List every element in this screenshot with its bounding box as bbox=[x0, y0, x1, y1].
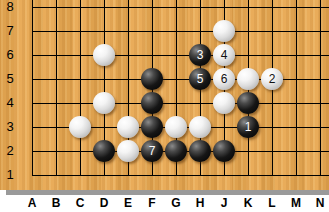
move-number: 7 bbox=[149, 145, 156, 157]
stone-white-J5[interactable]: 6 bbox=[213, 68, 235, 90]
col-label-F: F bbox=[142, 195, 162, 211]
stone-white-G3[interactable] bbox=[165, 116, 187, 138]
col-label-K: K bbox=[238, 195, 258, 211]
col-label-H: H bbox=[190, 195, 210, 211]
stone-black-F4[interactable] bbox=[141, 92, 163, 114]
grid-line-col-M bbox=[296, 0, 297, 176]
move-number: 6 bbox=[221, 73, 228, 85]
grid-line-row-1 bbox=[32, 175, 329, 176]
grid-line-col-A bbox=[32, 0, 33, 176]
col-label-G: G bbox=[166, 195, 186, 211]
move-number: 2 bbox=[269, 73, 276, 85]
stone-black-D2[interactable] bbox=[93, 140, 115, 162]
stone-black-J2[interactable] bbox=[213, 140, 235, 162]
grid-line-row-7 bbox=[32, 31, 329, 32]
col-label-C: C bbox=[70, 195, 90, 211]
board-surface[interactable] bbox=[0, 0, 329, 190]
grid-line-col-B bbox=[56, 0, 57, 176]
stone-white-J6[interactable]: 4 bbox=[213, 44, 235, 66]
row-label-3: 3 bbox=[0, 119, 20, 135]
stone-black-K4[interactable] bbox=[237, 92, 259, 114]
stone-black-K3[interactable]: 1 bbox=[237, 116, 259, 138]
row-label-1: 1 bbox=[0, 167, 20, 183]
col-label-D: D bbox=[94, 195, 114, 211]
board-edge-shadow bbox=[6, 190, 329, 195]
row-label-5: 5 bbox=[0, 71, 20, 87]
stone-black-H2[interactable] bbox=[189, 140, 211, 162]
row-label-2: 2 bbox=[0, 143, 20, 159]
move-number: 5 bbox=[197, 73, 204, 85]
col-label-J: J bbox=[214, 195, 234, 211]
go-diagram: 87654321ABCDEFGHJKLMN 3456217 bbox=[0, 0, 329, 212]
grid-line-row-5 bbox=[32, 79, 329, 80]
stone-white-E2[interactable] bbox=[117, 140, 139, 162]
stone-white-E3[interactable] bbox=[117, 116, 139, 138]
stone-black-F5[interactable] bbox=[141, 68, 163, 90]
row-label-4: 4 bbox=[0, 95, 20, 111]
stone-black-F3[interactable] bbox=[141, 116, 163, 138]
move-number: 1 bbox=[245, 121, 252, 133]
stone-black-H6[interactable]: 3 bbox=[189, 44, 211, 66]
stone-black-H5[interactable]: 5 bbox=[189, 68, 211, 90]
col-label-M: M bbox=[286, 195, 306, 211]
col-label-A: A bbox=[22, 195, 42, 211]
col-label-E: E bbox=[118, 195, 138, 211]
stone-white-H3[interactable] bbox=[189, 116, 211, 138]
row-label-8: 8 bbox=[0, 0, 20, 15]
grid-line-row-6 bbox=[32, 55, 329, 56]
stone-white-D6[interactable] bbox=[93, 44, 115, 66]
col-label-B: B bbox=[46, 195, 66, 211]
stone-white-D4[interactable] bbox=[93, 92, 115, 114]
col-label-L: L bbox=[262, 195, 282, 211]
row-label-7: 7 bbox=[0, 23, 20, 39]
move-number: 4 bbox=[221, 49, 228, 61]
grid-line-col-N bbox=[320, 0, 321, 176]
stone-black-G2[interactable] bbox=[165, 140, 187, 162]
stone-white-C3[interactable] bbox=[69, 116, 91, 138]
col-label-N: N bbox=[310, 195, 329, 211]
stone-white-L5[interactable]: 2 bbox=[261, 68, 283, 90]
stone-white-J7[interactable] bbox=[213, 20, 235, 42]
stone-black-F2[interactable]: 7 bbox=[141, 140, 163, 162]
grid-line-row-4 bbox=[32, 103, 329, 104]
grid-line-col-C bbox=[80, 0, 81, 176]
row-label-6: 6 bbox=[0, 47, 20, 63]
stone-white-J4[interactable] bbox=[213, 92, 235, 114]
move-number: 3 bbox=[197, 49, 204, 61]
grid-line-row-8 bbox=[32, 7, 329, 8]
stone-white-K5[interactable] bbox=[237, 68, 259, 90]
